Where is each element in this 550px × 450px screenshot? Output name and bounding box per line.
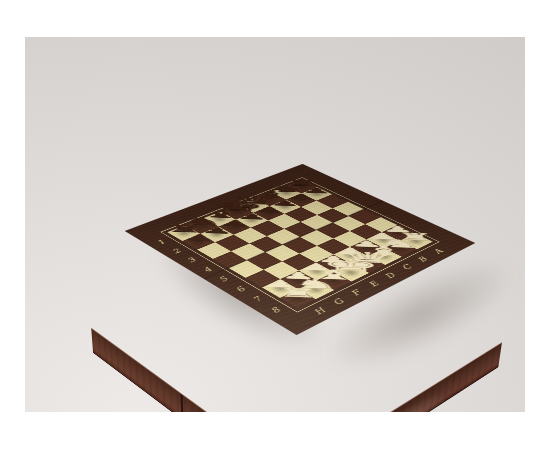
studio-photo: 12345678 ABCDEFGH ♜♞♝♛♚♝♞♜♟♟♟♟♟♟♟♟♟♟♟♟♟♟… [25, 37, 525, 412]
box-side-numbers-face [91, 328, 292, 412]
board-top-surface: 12345678 ABCDEFGH ♜♞♝♛♚♝♞♜♟♟♟♟♟♟♟♟♟♟♟♟♟♟… [125, 164, 476, 335]
wood-grain [91, 329, 291, 412]
board-tilt-wrapper: 12345678 ABCDEFGH ♜♞♝♛♚♝♞♜♟♟♟♟♟♟♟♟♟♟♟♟♟♟… [25, 37, 525, 412]
box-side-letters-face [291, 342, 502, 412]
wood-grain [291, 343, 502, 412]
photo-matte-frame: 12345678 ABCDEFGH ♜♞♝♛♚♝♞♜♟♟♟♟♟♟♟♟♟♟♟♟♟♟… [0, 0, 550, 450]
